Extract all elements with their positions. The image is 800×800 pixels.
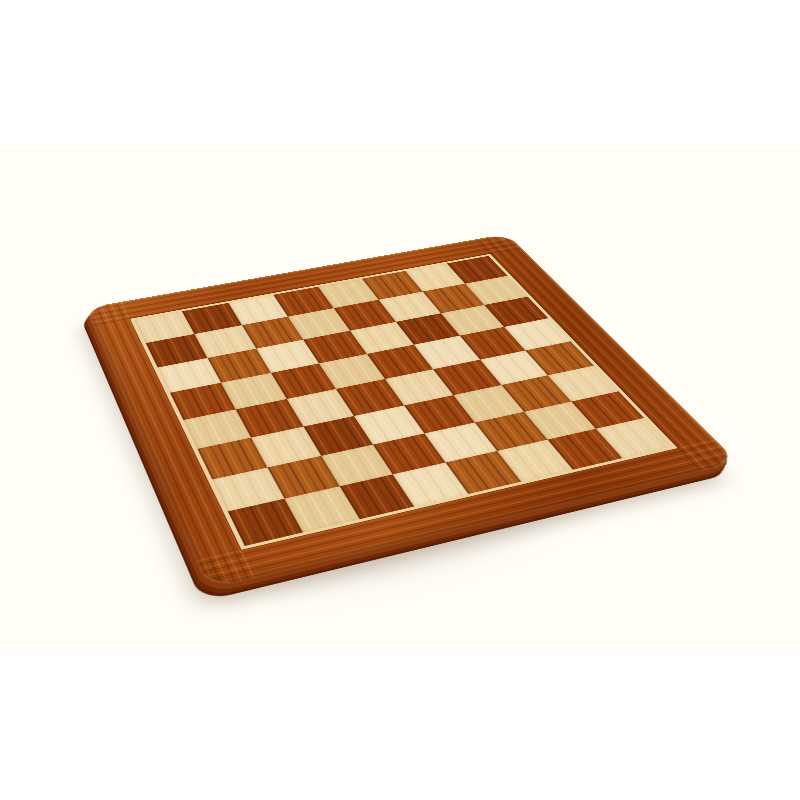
- product-photo-scene: [0, 0, 800, 800]
